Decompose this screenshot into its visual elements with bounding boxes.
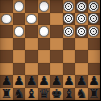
square-r0c5[interactable] [63,0,76,13]
square-r0c2[interactable] [25,0,38,13]
square-r0c3[interactable] [38,0,51,13]
square-r0c1[interactable] [13,0,26,13]
square-r2c7[interactable] [88,25,101,38]
black-rook[interactable]: ♜ [88,87,99,100]
square-r1c3[interactable] [38,13,51,26]
square-r7c4[interactable]: ♚ [50,88,63,101]
white-checker-man[interactable] [39,1,50,12]
square-r0c0[interactable] [0,0,13,13]
black-knight[interactable]: ♞ [13,87,24,100]
white-checker-king[interactable] [63,26,74,37]
square-r2c0[interactable] [0,25,13,38]
square-r7c2[interactable]: ♝ [25,88,38,101]
square-r2c6[interactable] [75,25,88,38]
square-r1c7[interactable] [88,13,101,26]
white-checker-king[interactable] [76,13,87,24]
checkers-board: ♟♟♟♟♟♟♟♟♜♞♝♛♚♝♞♜ [0,0,100,100]
square-r7c5[interactable]: ♝ [63,88,76,101]
square-r4c7[interactable] [88,50,101,63]
white-checker-man[interactable] [39,26,50,37]
square-r3c3[interactable] [38,38,51,51]
white-checker-man[interactable] [14,1,25,12]
black-king[interactable]: ♚ [51,87,62,100]
square-r0c6[interactable] [75,0,88,13]
square-r2c3[interactable] [38,25,51,38]
square-r4c3[interactable] [38,50,51,63]
square-r3c7[interactable] [88,38,101,51]
square-r2c4[interactable] [50,25,63,38]
square-r2c2[interactable] [25,25,38,38]
white-checker-man[interactable] [1,14,12,25]
square-r1c0[interactable] [0,13,13,26]
square-r4c0[interactable] [0,50,13,63]
square-r2c1[interactable] [13,25,26,38]
black-bishop[interactable]: ♝ [26,87,37,100]
white-checker-king[interactable] [63,13,74,24]
square-r4c5[interactable] [63,50,76,63]
square-r7c3[interactable]: ♛ [38,88,51,101]
white-checker-king[interactable] [88,13,99,24]
square-r1c5[interactable] [63,13,76,26]
square-r3c5[interactable] [63,38,76,51]
square-r7c1[interactable]: ♞ [13,88,26,101]
square-r7c7[interactable]: ♜ [88,88,101,101]
square-r3c0[interactable] [0,38,13,51]
white-checker-king[interactable] [76,1,87,12]
square-r7c0[interactable]: ♜ [0,88,13,101]
square-r4c4[interactable] [50,50,63,63]
white-checker-king[interactable] [63,1,74,12]
square-r4c2[interactable] [25,50,38,63]
square-r3c6[interactable] [75,38,88,51]
square-r2c5[interactable] [63,25,76,38]
square-r1c4[interactable] [50,13,63,26]
square-r4c6[interactable] [75,50,88,63]
square-r1c2[interactable] [25,13,38,26]
white-checker-king[interactable] [88,1,99,12]
black-bishop[interactable]: ♝ [63,87,74,100]
square-r1c6[interactable] [75,13,88,26]
square-r4c1[interactable] [13,50,26,63]
square-r0c7[interactable] [88,0,101,13]
square-r1c1[interactable] [13,13,26,26]
white-checker-man[interactable] [14,26,25,37]
white-checker-king[interactable] [76,26,87,37]
white-checker-king[interactable] [88,26,99,37]
black-knight[interactable]: ♞ [76,87,87,100]
black-queen[interactable]: ♛ [38,87,49,100]
square-r0c4[interactable] [50,0,63,13]
square-r3c1[interactable] [13,38,26,51]
square-r3c4[interactable] [50,38,63,51]
white-checker-man[interactable] [26,14,37,25]
square-r3c2[interactable] [25,38,38,51]
black-rook[interactable]: ♜ [1,87,12,100]
square-r7c6[interactable]: ♞ [75,88,88,101]
